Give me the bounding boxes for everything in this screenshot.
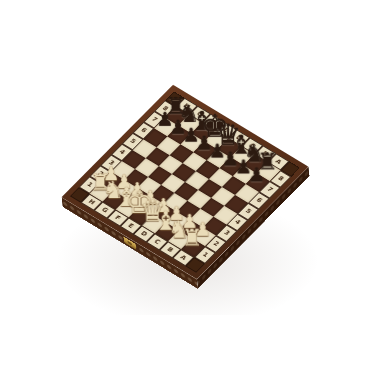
piece-white-rook: ♜ <box>176 226 208 249</box>
product-photo: HGFEDCBA8♜♞♝♚♛♝♞♜87♟♟♟♟♟♟♟♟7665544332♟♟♟… <box>0 0 376 376</box>
piece-black-pawn: ♟ <box>240 165 272 184</box>
rank-label-5: 5 <box>237 203 259 220</box>
